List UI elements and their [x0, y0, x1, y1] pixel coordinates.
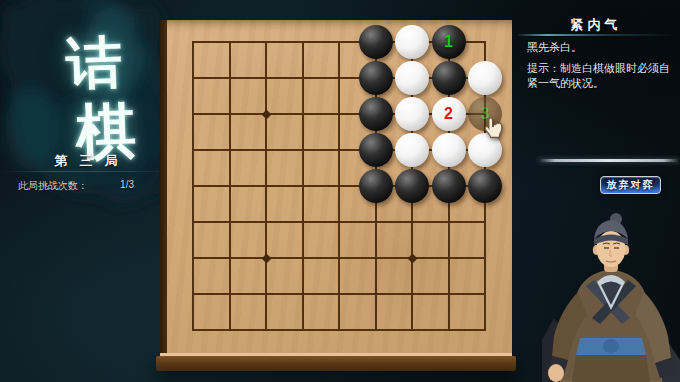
- board-left-edge: [160, 20, 167, 356]
- board-cell[interactable]: [430, 60, 467, 96]
- stage-label: 第三局: [0, 152, 172, 170]
- attempts-value: 1/3: [120, 179, 134, 193]
- hand-cursor-icon: [482, 116, 505, 142]
- black-stone: 1: [432, 25, 466, 59]
- board-cell[interactable]: [357, 60, 394, 96]
- puzzle-title: 紧内气: [516, 16, 676, 34]
- board-base-rim: [156, 356, 516, 371]
- board-cell[interactable]: [394, 24, 431, 60]
- board-cell[interactable]: [467, 168, 504, 204]
- board-intersections-grid[interactable]: 123: [175, 24, 504, 348]
- board-cell[interactable]: [430, 168, 467, 204]
- board-cell[interactable]: [394, 60, 431, 96]
- board-cell[interactable]: [430, 132, 467, 168]
- attempts-row: 此局挑战次数： 1/3: [18, 179, 134, 193]
- move-number-label: 2: [444, 106, 453, 122]
- go-board: 123: [160, 20, 512, 371]
- right-panel-divider: [538, 159, 680, 162]
- black-stone: [359, 25, 393, 59]
- board-cell[interactable]: [467, 60, 504, 96]
- board-cell[interactable]: [394, 168, 431, 204]
- attempts-label: 此局挑战次数：: [18, 179, 88, 193]
- black-stone: [359, 169, 393, 203]
- character-portrait: [542, 212, 680, 382]
- white-stone: [395, 97, 429, 131]
- board-cell[interactable]: [357, 168, 394, 204]
- black-stone: [468, 169, 502, 203]
- board-cell[interactable]: [357, 24, 394, 60]
- white-stone: [395, 61, 429, 95]
- board-cell[interactable]: 1: [430, 24, 467, 60]
- puzzle-title-divider: [518, 34, 676, 36]
- board-cell[interactable]: [357, 132, 394, 168]
- board-cell[interactable]: [394, 132, 431, 168]
- white-stone: [395, 133, 429, 167]
- white-stone: 2: [432, 97, 466, 131]
- black-stone: [359, 97, 393, 131]
- black-stone: [359, 133, 393, 167]
- black-stone: [395, 169, 429, 203]
- left-panel-divider: [0, 171, 172, 172]
- hint-text: 提示：制造白棋做眼时必须自紧一气的状况。: [527, 61, 677, 91]
- black-stone: [359, 61, 393, 95]
- board-cell[interactable]: 2: [430, 96, 467, 132]
- white-stone: [432, 133, 466, 167]
- board-cell[interactable]: [394, 96, 431, 132]
- resign-button[interactable]: 放弃对弈: [600, 176, 661, 194]
- board-bottom-bevel: [160, 353, 512, 356]
- white-stone: [468, 61, 502, 95]
- board-cell[interactable]: [357, 96, 394, 132]
- black-stone: [432, 61, 466, 95]
- move-number-label: 1: [444, 34, 453, 50]
- objective-text: 黑先杀白。: [527, 40, 582, 55]
- game-screen: 诘 棋 第三局 此局挑战次数： 1/3 123 紧内气 黑先杀白。 提示：制造白…: [0, 0, 680, 382]
- white-stone: [395, 25, 429, 59]
- black-stone: [432, 169, 466, 203]
